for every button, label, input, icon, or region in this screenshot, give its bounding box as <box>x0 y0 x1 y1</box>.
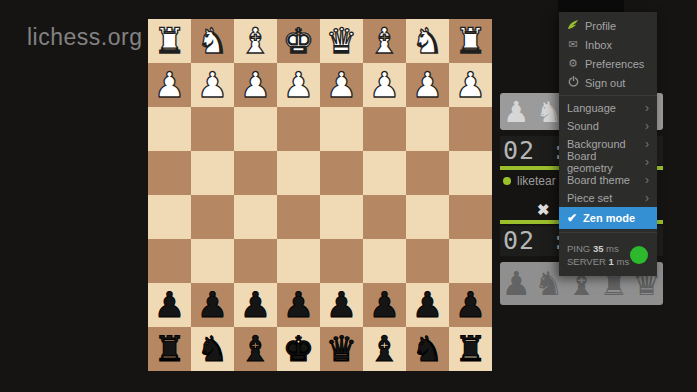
black-rook[interactable]: ♜ <box>455 327 486 371</box>
chevron-right-icon: › <box>645 191 649 205</box>
envelope-icon: ✉ <box>567 38 579 51</box>
menu-item-piece-set[interactable]: Piece set › <box>559 189 657 207</box>
square[interactable]: ♟ <box>449 283 492 327</box>
black-king[interactable]: ♚ <box>283 327 314 371</box>
user-menu-toggle[interactable] <box>558 0 624 12</box>
white-pawn[interactable]: ♟ <box>369 63 400 107</box>
square[interactable] <box>191 195 234 239</box>
connection-status: PING 35 ms SERVER 1 ms <box>559 236 657 276</box>
menu-item-board-theme[interactable]: Board theme › <box>559 171 657 189</box>
black-pawn[interactable]: ♟ <box>412 283 443 327</box>
white-bishop[interactable]: ♝ <box>369 19 400 63</box>
square[interactable]: ♝ <box>234 19 277 63</box>
square[interactable]: ♟ <box>277 283 320 327</box>
black-knight[interactable]: ♞ <box>412 327 443 371</box>
square[interactable]: ♟ <box>449 63 492 107</box>
square[interactable] <box>406 195 449 239</box>
menu-item-label: Board theme <box>567 174 630 186</box>
square[interactable] <box>277 107 320 151</box>
square[interactable]: ♚ <box>277 19 320 63</box>
patron-wing-icon <box>567 19 579 33</box>
square[interactable] <box>277 151 320 195</box>
menu-item-language[interactable]: Language › <box>559 99 657 117</box>
black-pawn[interactable]: ♟ <box>197 283 228 327</box>
menu-item-label: Sound <box>567 120 599 132</box>
square[interactable]: ♞ <box>191 19 234 63</box>
square[interactable]: ♟ <box>406 63 449 107</box>
chevron-right-icon: › <box>645 137 649 151</box>
square[interactable] <box>191 151 234 195</box>
black-pawn[interactable]: ♟ <box>369 283 400 327</box>
square[interactable]: ♟ <box>234 63 277 107</box>
white-rook[interactable]: ♜ <box>455 19 486 63</box>
square[interactable] <box>363 107 406 151</box>
square[interactable]: ♜ <box>449 19 492 63</box>
square[interactable]: ♞ <box>406 327 449 371</box>
square[interactable] <box>277 195 320 239</box>
square[interactable] <box>234 151 277 195</box>
menu-item-inbox[interactable]: ✉ Inbox <box>559 35 657 54</box>
menu-item-label: Preferences <box>585 58 644 70</box>
white-queen[interactable]: ♛ <box>326 19 357 63</box>
square[interactable]: ♝ <box>363 19 406 63</box>
square[interactable] <box>191 239 234 283</box>
black-bishop[interactable]: ♝ <box>369 327 400 371</box>
white-pawn[interactable]: ♟ <box>412 63 443 107</box>
square[interactable]: ♝ <box>363 327 406 371</box>
square[interactable] <box>406 151 449 195</box>
white-rook[interactable]: ♜ <box>154 19 185 63</box>
square[interactable] <box>449 107 492 151</box>
online-dot-icon <box>503 177 511 185</box>
server-status-icon <box>630 246 648 264</box>
black-pawn[interactable]: ♟ <box>326 283 357 327</box>
pocket-white-pawn[interactable]: ♟ <box>503 95 529 129</box>
abort-button[interactable]: ✖ <box>537 201 550 219</box>
opponent-player[interactable]: liketear <box>503 174 556 188</box>
menu-item-label: Language <box>567 102 616 114</box>
menu-item-label: Sign out <box>585 77 625 89</box>
square[interactable] <box>363 239 406 283</box>
white-pawn[interactable]: ♟ <box>240 63 271 107</box>
square[interactable] <box>449 151 492 195</box>
menu-item-label: Profile <box>585 20 616 32</box>
square[interactable] <box>191 107 234 151</box>
square[interactable]: ♟ <box>148 63 191 107</box>
square[interactable]: ♟ <box>148 283 191 327</box>
white-knight[interactable]: ♞ <box>412 19 443 63</box>
chevron-right-icon: › <box>645 101 649 115</box>
black-pawn[interactable]: ♟ <box>240 283 271 327</box>
square[interactable] <box>449 239 492 283</box>
square[interactable] <box>234 239 277 283</box>
lichess-logo[interactable]: lichess.org <box>27 24 142 51</box>
black-pawn[interactable]: ♟ <box>455 283 486 327</box>
menu-item-label: Board geometry <box>567 150 639 174</box>
square[interactable]: ♜ <box>148 327 191 371</box>
checkmark-icon: ✔ <box>567 211 577 225</box>
black-bishop[interactable]: ♝ <box>240 327 271 371</box>
square[interactable]: ♟ <box>234 283 277 327</box>
square[interactable]: ♜ <box>148 19 191 63</box>
menu-item-zen-mode[interactable]: ✔ Zen mode <box>559 207 657 229</box>
square[interactable]: ♞ <box>406 19 449 63</box>
power-icon <box>567 76 579 89</box>
menu-item-preferences[interactable]: ⚙ Preferences <box>559 54 657 73</box>
square[interactable]: ♛ <box>320 19 363 63</box>
square[interactable] <box>277 239 320 283</box>
square[interactable] <box>406 107 449 151</box>
menu-item-label: Background <box>567 138 626 150</box>
white-pawn[interactable]: ♟ <box>283 63 314 107</box>
square[interactable] <box>363 151 406 195</box>
chevron-right-icon: › <box>645 173 649 187</box>
square[interactable]: ♟ <box>406 283 449 327</box>
square[interactable] <box>320 239 363 283</box>
chevron-right-icon: › <box>645 155 649 169</box>
menu-item-label: Piece set <box>567 192 612 204</box>
menu-item-sound[interactable]: Sound › <box>559 117 657 135</box>
square[interactable] <box>320 151 363 195</box>
square[interactable] <box>320 107 363 151</box>
square[interactable] <box>234 107 277 151</box>
menu-separator <box>559 95 657 96</box>
menu-item-label: Inbox <box>585 39 612 51</box>
black-rook[interactable]: ♜ <box>154 327 185 371</box>
black-queen[interactable]: ♛ <box>326 327 357 371</box>
square[interactable]: ♜ <box>449 327 492 371</box>
square[interactable]: ♞ <box>191 327 234 371</box>
menu-item-board-geometry[interactable]: Board geometry › <box>559 153 657 171</box>
chevron-right-icon: › <box>645 119 649 133</box>
square[interactable]: ♟ <box>363 63 406 107</box>
opponent-name: liketear <box>517 174 556 188</box>
square[interactable]: ♟ <box>191 63 234 107</box>
black-pawn[interactable]: ♟ <box>283 283 314 327</box>
white-pawn[interactable]: ♟ <box>154 63 185 107</box>
square[interactable] <box>148 107 191 151</box>
menu-item-profile[interactable]: Profile <box>559 16 657 35</box>
menu-item-sign-out[interactable]: Sign out <box>559 73 657 92</box>
chess-board: ♜♞♝♚♛♝♞♜♟♟♟♟♟♟♟♟♟♟♟♟♟♟♟♟♜♞♝♚♛♝♞♜ <box>148 19 492 371</box>
white-pawn[interactable]: ♟ <box>197 63 228 107</box>
square[interactable] <box>406 239 449 283</box>
square[interactable]: ♚ <box>277 327 320 371</box>
square[interactable]: ♛ <box>320 327 363 371</box>
square[interactable] <box>363 195 406 239</box>
pocket-white-knight[interactable]: ♞ <box>536 95 562 129</box>
square[interactable] <box>148 195 191 239</box>
white-king[interactable]: ♚ <box>283 19 314 63</box>
square[interactable] <box>449 195 492 239</box>
square[interactable]: ♟ <box>320 63 363 107</box>
menu-item-label: Zen mode <box>583 212 635 224</box>
pocket-black-pawn[interactable]: ♟ <box>502 264 532 303</box>
white-knight[interactable]: ♞ <box>197 19 228 63</box>
black-knight[interactable]: ♞ <box>197 327 228 371</box>
square[interactable]: ♝ <box>234 327 277 371</box>
white-bishop[interactable]: ♝ <box>240 19 271 63</box>
gear-icon: ⚙ <box>567 57 579 70</box>
user-dropdown-menu: Profile ✉ Inbox ⚙ Preferences Sign out L… <box>559 12 657 276</box>
square[interactable]: ♟ <box>320 283 363 327</box>
square[interactable] <box>234 195 277 239</box>
square[interactable]: ♟ <box>191 283 234 327</box>
square[interactable]: ♟ <box>363 283 406 327</box>
lichess-app: lichess.org ♜♞♝♚♛♝♞♜♟♟♟♟♟♟♟♟♟♟♟♟♟♟♟♟♜♞♝♚… <box>0 0 697 392</box>
menu-separator <box>559 232 657 233</box>
white-pawn[interactable]: ♟ <box>455 63 486 107</box>
black-pawn[interactable]: ♟ <box>154 283 185 327</box>
square[interactable] <box>320 195 363 239</box>
square[interactable] <box>148 239 191 283</box>
white-pawn[interactable]: ♟ <box>326 63 357 107</box>
square[interactable]: ♟ <box>277 63 320 107</box>
square[interactable] <box>148 151 191 195</box>
